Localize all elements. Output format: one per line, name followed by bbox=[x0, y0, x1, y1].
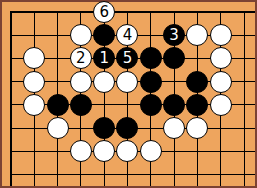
move-number: 3 bbox=[169, 27, 179, 42]
intersection-r7-c1[interactable] bbox=[23, 163, 46, 186]
black-stone bbox=[116, 117, 138, 139]
white-stone bbox=[70, 71, 92, 93]
intersection-r0-c8[interactable] bbox=[186, 0, 209, 23]
intersection-r7-c4[interactable] bbox=[93, 163, 116, 186]
white-stone bbox=[163, 117, 185, 139]
white-stone bbox=[116, 71, 138, 93]
white-stone-move-2: 2 bbox=[70, 47, 92, 69]
intersection-r6-c9[interactable] bbox=[209, 140, 232, 163]
intersection-r2-c2[interactable] bbox=[46, 47, 69, 70]
white-stone bbox=[93, 140, 115, 162]
intersection-r2-c5[interactable]: 5 bbox=[116, 47, 139, 70]
intersection-r5-c3[interactable] bbox=[69, 116, 92, 139]
intersection-r2-c7[interactable] bbox=[162, 47, 185, 70]
intersection-r1-c9[interactable] bbox=[209, 24, 232, 47]
white-stone bbox=[47, 117, 69, 139]
move-number: 5 bbox=[123, 50, 133, 65]
black-stone bbox=[163, 94, 185, 116]
intersection-r2-c0[interactable] bbox=[0, 47, 23, 70]
intersection-r0-c3[interactable] bbox=[69, 0, 92, 23]
intersection-r3-c0[interactable] bbox=[0, 70, 23, 93]
move-number: 1 bbox=[99, 50, 109, 65]
intersection-r4-c10[interactable] bbox=[232, 93, 255, 116]
black-stone-move-1: 1 bbox=[93, 47, 115, 69]
intersection-r2-c4[interactable]: 1 bbox=[93, 47, 116, 70]
intersection-r3-c9[interactable] bbox=[209, 70, 232, 93]
intersection-r5-c2[interactable] bbox=[46, 116, 69, 139]
intersection-r5-c4[interactable] bbox=[93, 116, 116, 139]
intersection-r0-c10[interactable] bbox=[232, 0, 255, 23]
intersection-r7-c5[interactable] bbox=[116, 163, 139, 186]
white-stone bbox=[210, 47, 232, 69]
white-stone-move-6: 6 bbox=[93, 1, 115, 23]
white-stone bbox=[23, 94, 45, 116]
intersection-r1-c3[interactable] bbox=[69, 24, 92, 47]
intersection-r1-c10[interactable] bbox=[232, 24, 255, 47]
white-stone bbox=[186, 24, 208, 46]
intersection-r2-c6[interactable] bbox=[139, 47, 162, 70]
intersection-r2-c8[interactable] bbox=[186, 47, 209, 70]
white-stone bbox=[210, 94, 232, 116]
board-grid: 643215 bbox=[0, 0, 256, 186]
intersection-r1-c7[interactable]: 3 bbox=[162, 24, 185, 47]
intersection-r1-c1[interactable] bbox=[23, 24, 46, 47]
intersection-r7-c6[interactable] bbox=[139, 163, 162, 186]
intersection-r7-c7[interactable] bbox=[162, 163, 185, 186]
intersection-r3-c2[interactable] bbox=[46, 70, 69, 93]
intersection-r1-c2[interactable] bbox=[46, 24, 69, 47]
intersection-r3-c5[interactable] bbox=[116, 70, 139, 93]
intersection-r4-c2[interactable] bbox=[46, 93, 69, 116]
intersection-r4-c8[interactable] bbox=[186, 93, 209, 116]
move-number: 2 bbox=[76, 50, 86, 65]
intersection-r3-c7[interactable] bbox=[162, 70, 185, 93]
intersection-r0-c1[interactable] bbox=[23, 0, 46, 23]
move-number: 6 bbox=[99, 4, 109, 19]
intersection-r1-c8[interactable] bbox=[186, 24, 209, 47]
intersection-r3-c8[interactable] bbox=[186, 70, 209, 93]
intersection-r3-c1[interactable] bbox=[23, 70, 46, 93]
intersection-r5-c0[interactable] bbox=[0, 116, 23, 139]
intersection-r2-c10[interactable] bbox=[232, 47, 255, 70]
black-stone bbox=[47, 94, 69, 116]
black-stone bbox=[186, 94, 208, 116]
intersection-r6-c7[interactable] bbox=[162, 140, 185, 163]
intersection-r4-c4[interactable] bbox=[93, 93, 116, 116]
black-stone bbox=[140, 71, 162, 93]
intersection-r1-c6[interactable] bbox=[139, 24, 162, 47]
intersection-r4-c3[interactable] bbox=[69, 93, 92, 116]
intersection-r4-c6[interactable] bbox=[139, 93, 162, 116]
black-stone bbox=[140, 94, 162, 116]
intersection-r5-c1[interactable] bbox=[23, 116, 46, 139]
intersection-r6-c6[interactable] bbox=[139, 140, 162, 163]
intersection-r5-c9[interactable] bbox=[209, 116, 232, 139]
intersection-r0-c7[interactable] bbox=[162, 0, 185, 23]
intersection-r4-c1[interactable] bbox=[23, 93, 46, 116]
white-stone bbox=[70, 24, 92, 46]
white-stone bbox=[140, 140, 162, 162]
black-stone bbox=[93, 117, 115, 139]
intersection-r7-c0[interactable] bbox=[0, 163, 23, 186]
intersection-r0-c0[interactable] bbox=[0, 0, 23, 23]
intersection-r1-c0[interactable] bbox=[0, 24, 23, 47]
black-stone-move-3: 3 bbox=[163, 24, 185, 46]
white-stone-move-4: 4 bbox=[116, 24, 138, 46]
black-stone bbox=[186, 71, 208, 93]
intersection-r6-c5[interactable] bbox=[116, 140, 139, 163]
white-stone bbox=[23, 71, 45, 93]
black-stone bbox=[70, 94, 92, 116]
move-number: 4 bbox=[123, 27, 133, 42]
diagram-frame: 643215 bbox=[0, 0, 257, 188]
intersection-r6-c10[interactable] bbox=[232, 140, 255, 163]
intersection-r5-c5[interactable] bbox=[116, 116, 139, 139]
intersection-r5-c8[interactable] bbox=[186, 116, 209, 139]
black-stone bbox=[163, 47, 185, 69]
intersection-r6-c1[interactable] bbox=[23, 140, 46, 163]
white-stone bbox=[210, 71, 232, 93]
black-stone bbox=[93, 24, 115, 46]
white-stone bbox=[23, 47, 45, 69]
intersection-r3-c4[interactable] bbox=[93, 70, 116, 93]
intersection-r0-c4[interactable]: 6 bbox=[93, 0, 116, 23]
intersection-r7-c8[interactable] bbox=[186, 163, 209, 186]
intersection-r2-c9[interactable] bbox=[209, 47, 232, 70]
intersection-r4-c7[interactable] bbox=[162, 93, 185, 116]
intersection-r0-c2[interactable] bbox=[46, 0, 69, 23]
intersection-r6-c2[interactable] bbox=[46, 140, 69, 163]
white-stone bbox=[116, 140, 138, 162]
intersection-r7-c10[interactable] bbox=[232, 163, 255, 186]
intersection-r3-c10[interactable] bbox=[232, 70, 255, 93]
white-stone bbox=[210, 24, 232, 46]
intersection-r3-c6[interactable] bbox=[139, 70, 162, 93]
black-stone bbox=[140, 47, 162, 69]
intersection-r5-c7[interactable] bbox=[162, 116, 185, 139]
intersection-r0-c9[interactable] bbox=[209, 0, 232, 23]
intersection-r0-c5[interactable] bbox=[116, 0, 139, 23]
intersection-r5-c6[interactable] bbox=[139, 116, 162, 139]
go-board: 643215 bbox=[2, 2, 255, 186]
intersection-r6-c8[interactable] bbox=[186, 140, 209, 163]
intersection-r0-c6[interactable] bbox=[139, 0, 162, 23]
intersection-r6-c3[interactable] bbox=[69, 140, 92, 163]
intersection-r4-c9[interactable] bbox=[209, 93, 232, 116]
intersection-r7-c9[interactable] bbox=[209, 163, 232, 186]
black-stone-move-5: 5 bbox=[116, 47, 138, 69]
intersection-r6-c4[interactable] bbox=[93, 140, 116, 163]
intersection-r5-c10[interactable] bbox=[232, 116, 255, 139]
intersection-r2-c1[interactable] bbox=[23, 47, 46, 70]
intersection-r1-c5[interactable]: 4 bbox=[116, 24, 139, 47]
intersection-r4-c0[interactable] bbox=[0, 93, 23, 116]
intersection-r6-c0[interactable] bbox=[0, 140, 23, 163]
white-stone bbox=[93, 71, 115, 93]
white-stone bbox=[186, 117, 208, 139]
white-stone bbox=[70, 140, 92, 162]
intersection-r7-c2[interactable] bbox=[46, 163, 69, 186]
intersection-r1-c4[interactable] bbox=[93, 24, 116, 47]
intersection-r7-c3[interactable] bbox=[69, 163, 92, 186]
intersection-r3-c3[interactable] bbox=[69, 70, 92, 93]
intersection-r2-c3[interactable]: 2 bbox=[69, 47, 92, 70]
intersection-r4-c5[interactable] bbox=[116, 93, 139, 116]
